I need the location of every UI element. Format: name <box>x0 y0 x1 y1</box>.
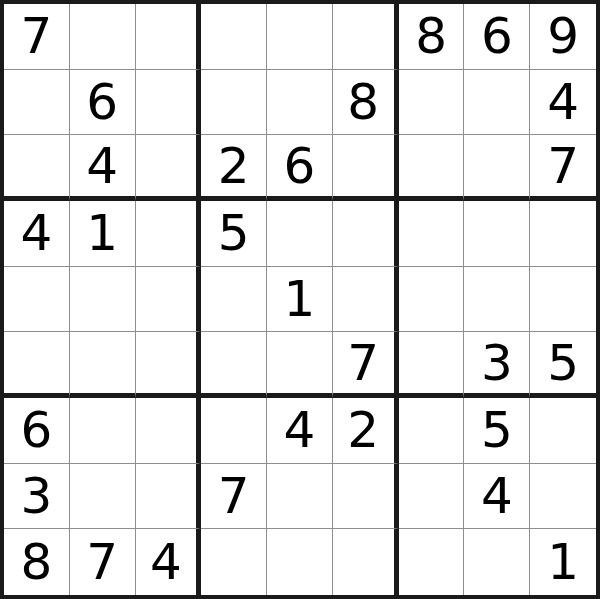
cell-r7c6-given[interactable]: 2 <box>333 398 399 464</box>
cell-r4c5-empty[interactable] <box>267 201 333 267</box>
cell-r5c9-empty[interactable] <box>530 267 596 333</box>
cell-r5c6-empty[interactable] <box>333 267 399 333</box>
cell-r9c9-given[interactable]: 1 <box>530 529 596 595</box>
cell-r2c2-given[interactable]: 6 <box>70 70 136 136</box>
cell-r3c8-empty[interactable] <box>464 135 530 201</box>
cell-r3c1-empty[interactable] <box>4 135 70 201</box>
cell-r6c1-empty[interactable] <box>4 332 70 398</box>
cell-r3c2-given[interactable]: 4 <box>70 135 136 201</box>
cell-r2c5-empty[interactable] <box>267 70 333 136</box>
cell-r2c9-given[interactable]: 4 <box>530 70 596 136</box>
cell-r2c3-empty[interactable] <box>136 70 202 136</box>
cell-r6c5-empty[interactable] <box>267 332 333 398</box>
cell-r9c8-empty[interactable] <box>464 529 530 595</box>
cell-r6c6-given[interactable]: 7 <box>333 332 399 398</box>
cell-r1c9-given[interactable]: 9 <box>530 4 596 70</box>
cell-r6c4-empty[interactable] <box>201 332 267 398</box>
cell-r8c9-empty[interactable] <box>530 464 596 530</box>
cell-r4c7-empty[interactable] <box>399 201 465 267</box>
cell-r3c4-given[interactable]: 2 <box>201 135 267 201</box>
cell-r8c5-empty[interactable] <box>267 464 333 530</box>
cell-r8c6-empty[interactable] <box>333 464 399 530</box>
cell-r2c7-empty[interactable] <box>399 70 465 136</box>
cell-r6c8-given[interactable]: 3 <box>464 332 530 398</box>
cell-r7c9-empty[interactable] <box>530 398 596 464</box>
cell-r1c5-empty[interactable] <box>267 4 333 70</box>
cell-r8c1-given[interactable]: 3 <box>4 464 70 530</box>
cell-r3c3-empty[interactable] <box>136 135 202 201</box>
cell-r7c1-given[interactable]: 6 <box>4 398 70 464</box>
cell-r8c2-empty[interactable] <box>70 464 136 530</box>
cell-r9c1-given[interactable]: 8 <box>4 529 70 595</box>
cell-r5c5-given[interactable]: 1 <box>267 267 333 333</box>
cell-r6c3-empty[interactable] <box>136 332 202 398</box>
cell-r9c3-given[interactable]: 4 <box>136 529 202 595</box>
cell-r6c7-empty[interactable] <box>399 332 465 398</box>
cell-r4c8-empty[interactable] <box>464 201 530 267</box>
cell-r1c8-given[interactable]: 6 <box>464 4 530 70</box>
cell-r5c7-empty[interactable] <box>399 267 465 333</box>
cell-r5c1-empty[interactable] <box>4 267 70 333</box>
cell-r3c9-given[interactable]: 7 <box>530 135 596 201</box>
cell-r1c1-given[interactable]: 7 <box>4 4 70 70</box>
cell-r9c5-empty[interactable] <box>267 529 333 595</box>
cell-r8c8-given[interactable]: 4 <box>464 464 530 530</box>
cell-r3c5-given[interactable]: 6 <box>267 135 333 201</box>
cell-r1c6-empty[interactable] <box>333 4 399 70</box>
cell-r5c4-empty[interactable] <box>201 267 267 333</box>
cell-r7c7-empty[interactable] <box>399 398 465 464</box>
sudoku-board: 78696844267415173564253748741 <box>0 0 600 599</box>
cell-r1c2-empty[interactable] <box>70 4 136 70</box>
cell-r6c9-given[interactable]: 5 <box>530 332 596 398</box>
cell-r4c9-empty[interactable] <box>530 201 596 267</box>
cell-r5c2-empty[interactable] <box>70 267 136 333</box>
cell-r4c4-given[interactable]: 5 <box>201 201 267 267</box>
cell-r1c3-empty[interactable] <box>136 4 202 70</box>
cell-r3c6-empty[interactable] <box>333 135 399 201</box>
cell-r1c4-empty[interactable] <box>201 4 267 70</box>
cell-r6c2-empty[interactable] <box>70 332 136 398</box>
cell-r7c3-empty[interactable] <box>136 398 202 464</box>
cell-r7c2-empty[interactable] <box>70 398 136 464</box>
cell-r2c4-empty[interactable] <box>201 70 267 136</box>
cell-r1c7-given[interactable]: 8 <box>399 4 465 70</box>
cell-r4c1-given[interactable]: 4 <box>4 201 70 267</box>
cell-r4c3-empty[interactable] <box>136 201 202 267</box>
cell-r5c8-empty[interactable] <box>464 267 530 333</box>
cell-r9c4-empty[interactable] <box>201 529 267 595</box>
cell-r7c8-given[interactable]: 5 <box>464 398 530 464</box>
cell-r7c5-given[interactable]: 4 <box>267 398 333 464</box>
cell-r9c2-given[interactable]: 7 <box>70 529 136 595</box>
cell-r4c6-empty[interactable] <box>333 201 399 267</box>
cell-r8c3-empty[interactable] <box>136 464 202 530</box>
cell-r9c6-empty[interactable] <box>333 529 399 595</box>
cell-r3c7-empty[interactable] <box>399 135 465 201</box>
cell-r7c4-empty[interactable] <box>201 398 267 464</box>
cell-r8c4-given[interactable]: 7 <box>201 464 267 530</box>
cell-r4c2-given[interactable]: 1 <box>70 201 136 267</box>
cell-r5c3-empty[interactable] <box>136 267 202 333</box>
cell-r9c7-empty[interactable] <box>399 529 465 595</box>
cell-r2c1-empty[interactable] <box>4 70 70 136</box>
cell-r2c6-given[interactable]: 8 <box>333 70 399 136</box>
cell-r2c8-empty[interactable] <box>464 70 530 136</box>
cell-r8c7-empty[interactable] <box>399 464 465 530</box>
